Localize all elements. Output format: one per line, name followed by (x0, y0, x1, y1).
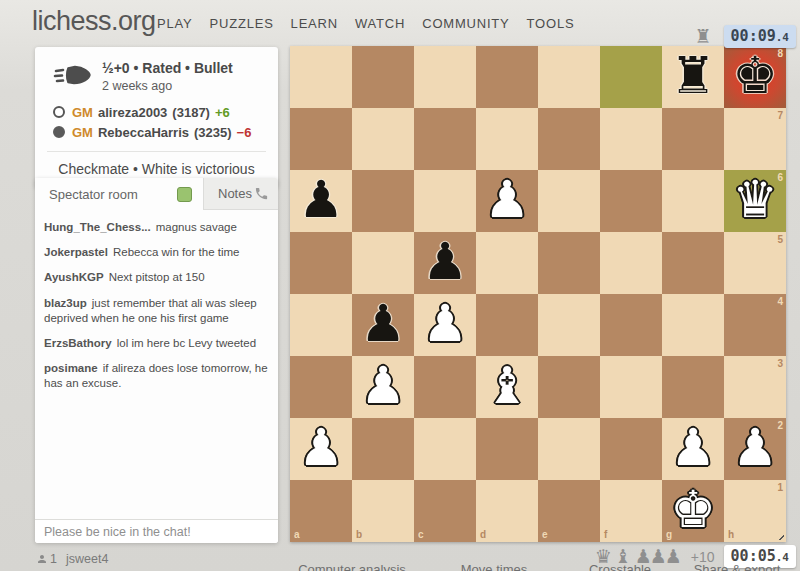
square-c3[interactable] (414, 356, 476, 418)
chat-text: lol im here bc Levy tweeted (117, 337, 256, 349)
square-h1[interactable]: h1 (724, 480, 786, 542)
chat-text: Rebecca win for the time (113, 246, 240, 258)
square-e5[interactable] (538, 232, 600, 294)
piece-white-pawn[interactable]: ♟ (290, 418, 352, 480)
piece-white-pawn[interactable]: ♟ (476, 170, 538, 232)
square-a1[interactable]: a (290, 480, 352, 542)
square-g4[interactable] (662, 294, 724, 356)
square-f6[interactable] (600, 170, 662, 232)
black-player-rating: (3235) (194, 125, 232, 140)
white-color-icon (53, 106, 65, 118)
footer-tab-crosstable[interactable]: Crosstable (589, 562, 651, 571)
footer-tab-move-times[interactable]: Move times (461, 562, 527, 571)
lichess-logo[interactable]: lichess.org (32, 6, 156, 37)
square-e7[interactable] (538, 108, 600, 170)
chat-username[interactable]: Hung_The_Chess... (44, 221, 151, 233)
white-title: GM (72, 105, 93, 120)
nav-learn[interactable]: LEARN (291, 16, 338, 31)
spectator-count: 1 (50, 552, 57, 566)
square-c6[interactable] (414, 170, 476, 232)
square-h8[interactable]: 8♚ (724, 46, 786, 108)
chat-username[interactable]: posimane (44, 362, 98, 374)
black-clock-tenths: .4 (776, 31, 789, 44)
square-h6[interactable]: 6♛ (724, 170, 786, 232)
rank-label-4: 4 (777, 296, 783, 307)
square-d7[interactable] (476, 108, 538, 170)
square-d4[interactable] (476, 294, 538, 356)
chat-message: posimaneif alireza does lose tomorrow, h… (35, 356, 278, 396)
square-f1[interactable]: f (600, 480, 662, 542)
square-c5[interactable]: ♟ (414, 232, 476, 294)
square-a8[interactable] (290, 46, 352, 108)
piece-white-pawn[interactable]: ♟ (414, 294, 476, 356)
phone-icon[interactable] (254, 186, 269, 201)
footer-tab-share-export[interactable]: Share & export (694, 562, 781, 571)
black-player-name: RebeccaHarris (98, 125, 189, 140)
chat-username[interactable]: blaz3up (44, 297, 87, 309)
square-d6[interactable]: ♟ (476, 170, 538, 232)
square-a6[interactable]: ♟ (290, 170, 352, 232)
square-f3[interactable] (600, 356, 662, 418)
piece-white-pawn[interactable]: ♟ (724, 418, 786, 480)
square-c4[interactable]: ♟ (414, 294, 476, 356)
black-color-icon (53, 126, 65, 138)
rank-label-1: 1 (777, 482, 783, 493)
square-h2[interactable]: 2♟ (724, 418, 786, 480)
square-f8[interactable] (600, 46, 662, 108)
chat-username[interactable]: AyushKGP (44, 271, 104, 283)
square-b2[interactable] (352, 418, 414, 480)
square-f4[interactable] (600, 294, 662, 356)
game-info-card: ½+0 • Rated • Bullet 2 weeks ago GM alir… (35, 47, 278, 188)
square-g5[interactable] (662, 232, 724, 294)
file-label-c: c (418, 529, 424, 540)
black-rating-change: −6 (237, 125, 252, 140)
square-f5[interactable] (600, 232, 662, 294)
nav-tools[interactable]: TOOLS (527, 16, 575, 31)
square-b5[interactable] (352, 232, 414, 294)
game-date: 2 weeks ago (102, 79, 233, 93)
black-clock-row: ♜ 00:09.4 (695, 25, 796, 48)
square-c7[interactable] (414, 108, 476, 170)
square-g3[interactable] (662, 356, 724, 418)
piece-black-pawn[interactable]: ♟ (352, 294, 414, 356)
captured-by-black: ♜ (695, 27, 710, 46)
piece-black-pawn[interactable]: ♟ (290, 170, 352, 232)
square-c2[interactable] (414, 418, 476, 480)
white-player-row[interactable]: GM alireza2003 (3187) +6 (53, 102, 278, 122)
square-b4[interactable]: ♟ (352, 294, 414, 356)
file-label-d: d (480, 529, 486, 540)
white-player-name: alireza2003 (98, 105, 167, 120)
square-g1[interactable]: g♚ (662, 480, 724, 542)
square-d8[interactable] (476, 46, 538, 108)
piece-black-rook[interactable]: ♜ (662, 46, 724, 108)
chat-username[interactable]: ErzsBathory (44, 337, 112, 349)
piece-black-king[interactable]: ♚ (724, 46, 786, 108)
square-h5[interactable]: 5 (724, 232, 786, 294)
spectator-name[interactable]: jsweet4 (66, 552, 108, 566)
piece-white-pawn[interactable]: ♟ (662, 418, 724, 480)
square-a4[interactable] (290, 294, 352, 356)
chat-message: AyushKGPNext pitstop at 150 (35, 265, 278, 290)
chat-message: ErzsBathorylol im here bc Levy tweeted (35, 331, 278, 356)
square-h4[interactable]: 4 (724, 294, 786, 356)
chat-message: Hung_The_Chess...magnus savage (35, 215, 278, 240)
white-player-rating: (3187) (172, 105, 210, 120)
white-rating-change: +6 (215, 105, 230, 120)
file-label-b: b (356, 529, 362, 540)
square-e3[interactable] (538, 356, 600, 418)
spectator-room-label: Spectator room (49, 187, 138, 202)
square-d5[interactable] (476, 232, 538, 294)
chat-messages[interactable]: Hung_The_Chess...magnus savage Jokerpast… (35, 210, 278, 519)
square-a7[interactable] (290, 108, 352, 170)
chat-message: JokerpastelRebecca win for the time (35, 240, 278, 265)
piece-white-queen[interactable]: ♛ (724, 170, 786, 232)
black-clock-time: 00:09 (731, 27, 776, 45)
board-resize-handle[interactable] (775, 531, 784, 540)
main-nav: PLAYPUZZLESLEARNWATCHCOMMUNITYTOOLS (157, 16, 574, 31)
square-g6[interactable] (662, 170, 724, 232)
square-f7[interactable] (600, 108, 662, 170)
lichess-game-page: lichess.org PLAYPUZZLESLEARNWATCHCOMMUNI… (0, 0, 800, 571)
chat-panel: Spectator room Notes Hung_The_Chess...ma… (35, 178, 278, 543)
square-e4[interactable] (538, 294, 600, 356)
piece-white-bishop[interactable]: ♝ (476, 356, 538, 418)
chess-board[interactable]: ♜8♚7♟♟6♛♟5♟♟4♟♝3♟♟2♟abcdefg♚h1 (290, 46, 786, 542)
square-b3[interactable]: ♟ (352, 356, 414, 418)
tab-notes[interactable]: Notes (203, 178, 278, 210)
square-e6[interactable] (538, 170, 600, 232)
piece-white-king[interactable]: ♚ (662, 480, 724, 542)
nav-watch[interactable]: WATCH (355, 16, 405, 31)
notes-label: Notes (218, 186, 252, 201)
file-label-e: e (542, 529, 548, 540)
square-a3[interactable] (290, 356, 352, 418)
square-a5[interactable] (290, 232, 352, 294)
chat-input[interactable] (35, 519, 278, 543)
square-b8[interactable] (352, 46, 414, 108)
square-g2[interactable]: ♟ (662, 418, 724, 480)
file-label-a: a (294, 529, 300, 540)
black-title: GM (72, 125, 93, 140)
chat-text: Next pitstop at 150 (109, 271, 205, 283)
square-e2[interactable] (538, 418, 600, 480)
rank-label-7: 7 (777, 110, 783, 121)
square-d3[interactable]: ♝ (476, 356, 538, 418)
square-b1[interactable]: b (352, 480, 414, 542)
bullet-icon (53, 60, 93, 92)
square-a2[interactable]: ♟ (290, 418, 352, 480)
nav-play[interactable]: PLAY (157, 16, 192, 31)
square-e8[interactable] (538, 46, 600, 108)
square-d1[interactable]: d (476, 480, 538, 542)
square-h7[interactable]: 7 (724, 108, 786, 170)
spectator-list: 1 jsweet4 (36, 552, 108, 566)
square-g8[interactable]: ♜ (662, 46, 724, 108)
square-d2[interactable] (476, 418, 538, 480)
square-b7[interactable] (352, 108, 414, 170)
chat-message: blaz3upjust remember that ali was sleep … (35, 291, 278, 331)
piece-white-pawn[interactable]: ♟ (352, 356, 414, 418)
square-c8[interactable] (414, 46, 476, 108)
piece-black-pawn[interactable]: ♟ (414, 232, 476, 294)
nav-puzzles[interactable]: PUZZLES (209, 16, 273, 31)
square-c1[interactable]: c (414, 480, 476, 542)
person-icon (36, 553, 48, 565)
square-f2[interactable] (600, 418, 662, 480)
rank-label-3: 3 (777, 358, 783, 369)
chat-username[interactable]: Jokerpastel (44, 246, 108, 258)
black-clock: 00:09.4 (724, 25, 796, 48)
nav-community[interactable]: COMMUNITY (422, 16, 509, 31)
chat-tabs: Spectator room Notes (35, 178, 278, 210)
footer-tab-computer-analysis[interactable]: Computer analysis (298, 562, 406, 571)
square-h3[interactable]: 3 (724, 356, 786, 418)
chat-toggle[interactable] (177, 187, 192, 202)
time-control: ½+0 • Rated • Bullet (102, 60, 233, 76)
chat-text: magnus savage (156, 221, 237, 233)
black-player-row[interactable]: GM RebeccaHarris (3235) −6 (53, 122, 278, 142)
square-g7[interactable] (662, 108, 724, 170)
file-label-f: f (604, 529, 607, 540)
file-label-h: h (728, 529, 734, 540)
square-e1[interactable]: e (538, 480, 600, 542)
tab-spectator-room[interactable]: Spectator room (35, 178, 203, 210)
rank-label-5: 5 (777, 234, 783, 245)
captured-rook-icon: ♜ (695, 27, 710, 46)
square-b6[interactable] (352, 170, 414, 232)
